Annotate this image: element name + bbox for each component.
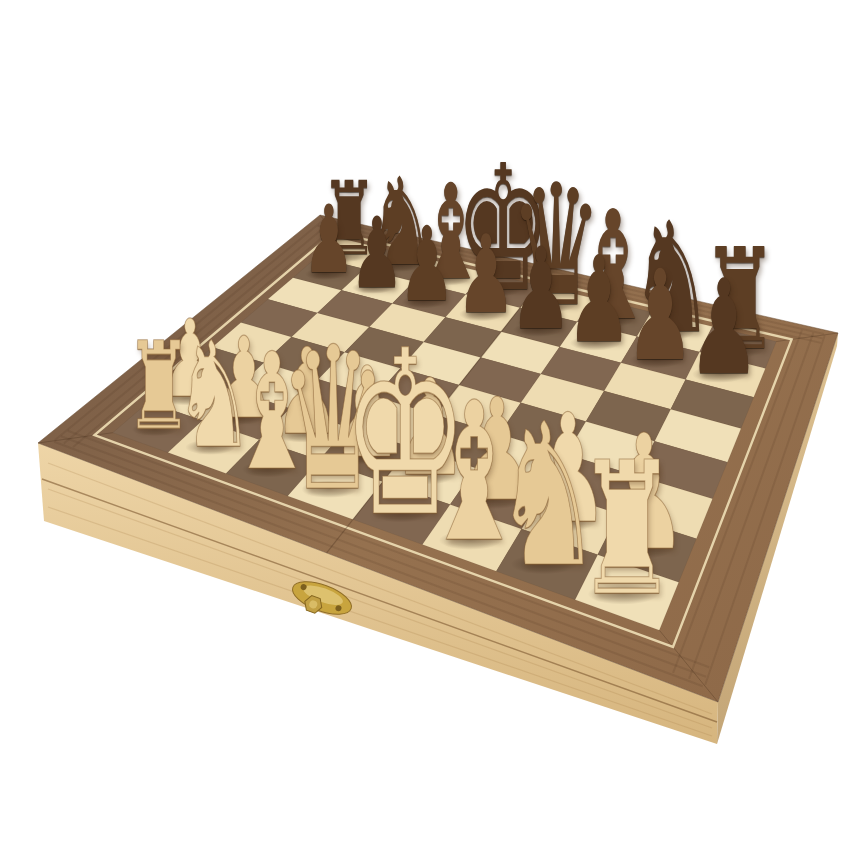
chess-set-photo: ♜♞♝♚♛♝♞♜♟♟♟♟♟♟♟♟♟♟♟♟♟♟♟♟♜♞♝♛♚♝♞♜ — [0, 0, 853, 853]
chess-board — [0, 0, 853, 853]
